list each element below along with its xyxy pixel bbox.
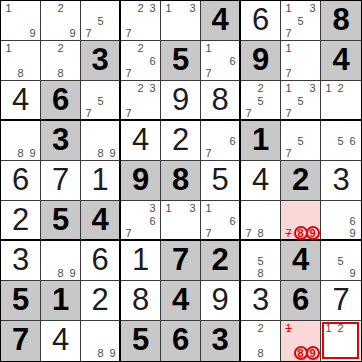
cell-r1c4[interactable]: 237 [121, 1, 161, 41]
candidate-9: 9 [306, 226, 320, 240]
candidate-7: 7 [243, 107, 255, 120]
cell-r2c7[interactable]: 9 [241, 41, 281, 81]
given-digit: 5 [41, 201, 80, 239]
candidate-6: 6 [347, 215, 359, 228]
solved-digit: 9 [161, 81, 200, 119]
cell-r5c1[interactable]: 6 [1, 161, 41, 201]
candidate-1: 1 [283, 322, 295, 335]
cell-r4c7[interactable]: 1 [241, 121, 281, 161]
candidate-7: 7 [283, 227, 295, 240]
cell-r6c7[interactable]: 78 [241, 201, 281, 241]
candidate-8: 8 [95, 147, 107, 160]
cell-r3c6[interactable]: 8 [201, 81, 241, 121]
cell-r1c3[interactable]: 57 [81, 1, 121, 41]
solved-digit: 2 [1, 201, 40, 239]
candidate-3: 3 [147, 202, 159, 215]
solved-digit: 4 [41, 321, 80, 361]
cell-r1c8[interactable]: 1357 [281, 1, 321, 41]
solved-digit: 5 [201, 161, 239, 200]
candidate-9: 9 [347, 267, 359, 280]
cell-r8c2[interactable]: 1 [41, 281, 81, 321]
candidate-7: 7 [203, 147, 215, 160]
candidate-3: 3 [187, 2, 199, 15]
candidate-7: 7 [123, 67, 135, 80]
cell-r4c5[interactable]: 2 [161, 121, 201, 161]
cell-r8c3[interactable]: 2 [81, 281, 121, 321]
solved-digit: 4 [1, 81, 40, 119]
cell-r7c2[interactable]: 89 [41, 241, 81, 281]
cell-r1c2[interactable]: 29 [41, 1, 81, 41]
solved-digit: 4 [121, 121, 160, 160]
cell-r6c1[interactable]: 2 [1, 201, 41, 241]
given-digit: 4 [321, 41, 361, 80]
cell-r8c6[interactable]: 9 [201, 281, 241, 321]
candidate-1: 1 [203, 42, 215, 55]
cell-r2c8[interactable]: 17 [281, 41, 321, 81]
candidate-6: 6 [147, 215, 159, 228]
candidate-7: 7 [283, 147, 295, 160]
candidate-7: 7 [203, 227, 215, 240]
cell-r3c9[interactable]: 12 [321, 81, 361, 121]
candidate-7: 7 [83, 107, 95, 120]
candidate-2: 2 [55, 42, 67, 55]
candidate-5: 5 [295, 95, 307, 108]
candidate-9: 9 [306, 346, 320, 360]
cell-r8c7[interactable]: 3 [241, 281, 281, 321]
cell-r2c9[interactable]: 4 [321, 41, 361, 81]
candidate-9: 9 [27, 27, 39, 40]
candidate-1: 1 [203, 202, 215, 215]
candidate-3: 3 [307, 2, 319, 15]
cell-r7c4[interactable]: 1 [121, 241, 161, 281]
cell-r4c8[interactable]: 57 [281, 121, 321, 161]
cell-r9c6[interactable]: 3 [201, 321, 241, 361]
given-digit: 3 [81, 41, 119, 80]
candidate-1: 1 [163, 202, 175, 215]
given-digit: 9 [241, 41, 280, 80]
solved-digit: 8 [201, 81, 239, 119]
cell-r1c6[interactable]: 4 [201, 1, 241, 41]
candidate-9: 9 [67, 27, 79, 40]
candidate-2: 2 [335, 322, 347, 335]
candidate-8: 8 [255, 347, 267, 360]
solved-digit: 3 [241, 281, 280, 320]
cell-r4c1[interactable]: 89 [1, 121, 41, 161]
given-digit: 4 [161, 281, 200, 320]
cell-r5c7[interactable]: 4 [241, 161, 281, 201]
cell-r4c9[interactable]: 56 [321, 121, 361, 161]
given-digit: 8 [321, 1, 361, 40]
cell-r3c8[interactable]: 1357 [281, 81, 321, 121]
candidate-6: 6 [227, 215, 239, 228]
cell-r3c7[interactable]: 257 [241, 81, 281, 121]
cell-r5c2[interactable]: 7 [41, 161, 81, 201]
given-digit: 7 [1, 321, 40, 361]
cell-r9c9[interactable]: 12 [321, 321, 361, 361]
candidate-5: 5 [95, 95, 107, 108]
solved-digit: 6 [1, 161, 40, 200]
solved-digit: 1 [121, 241, 160, 280]
cell-r2c1[interactable]: 18 [1, 41, 41, 81]
given-digit: 3 [201, 321, 239, 361]
cell-r7c3[interactable]: 6 [81, 241, 121, 281]
cell-r1c1[interactable]: 19 [1, 1, 41, 41]
solved-digit: 4 [241, 161, 280, 200]
candidate-2: 2 [335, 82, 347, 95]
cell-r5c4[interactable]: 9 [121, 161, 161, 201]
candidate-5: 5 [255, 255, 267, 268]
cell-r2c4[interactable]: 267 [121, 41, 161, 81]
candidate-9: 9 [107, 347, 119, 360]
cell-r7c6[interactable]: 2 [201, 241, 241, 281]
cell-r2c2[interactable]: 28 [41, 41, 81, 81]
candidate-3: 3 [147, 2, 159, 15]
candidate-2: 2 [135, 2, 147, 15]
cell-r1c5[interactable]: 13 [161, 1, 201, 41]
cell-r7c1[interactable]: 3 [1, 241, 41, 281]
candidate-8: 8 [15, 147, 27, 160]
cell-r3c1[interactable]: 4 [1, 81, 41, 121]
solved-digit: 3 [321, 161, 361, 200]
cell-r5c3[interactable]: 1 [81, 161, 121, 201]
cell-r6c2[interactable]: 5 [41, 201, 81, 241]
candidate-6: 6 [227, 135, 239, 148]
candidate-1: 1 [323, 322, 335, 335]
cell-r7c5[interactable]: 7 [161, 241, 201, 281]
candidate-8: 8 [255, 267, 267, 280]
given-digit: 1 [41, 281, 80, 320]
candidate-8: 8 [95, 347, 107, 360]
cell-r6c3[interactable]: 4 [81, 201, 121, 241]
candidate-7: 7 [123, 227, 135, 240]
candidate-7: 7 [283, 107, 295, 120]
candidate-1: 1 [323, 82, 335, 95]
solved-digit: 3 [1, 241, 40, 280]
given-digit: 1 [241, 121, 280, 160]
cell-r3c4[interactable]: 237 [121, 81, 161, 121]
candidate-2: 2 [135, 42, 147, 55]
candidate-1: 1 [283, 82, 295, 95]
cell-r6c5[interactable]: 13 [161, 201, 201, 241]
candidate-9: 9 [67, 267, 79, 280]
candidate-5: 5 [295, 135, 307, 148]
candidate-3: 3 [187, 202, 199, 215]
given-digit: 9 [121, 161, 160, 200]
cell-r7c8[interactable]: 4 [281, 241, 321, 281]
solved-digit: 1 [81, 161, 119, 200]
candidate-6: 6 [347, 135, 359, 148]
given-digit: 4 [281, 241, 320, 280]
candidate-5: 5 [295, 15, 307, 28]
candidate-5: 5 [255, 95, 267, 108]
candidate-2: 2 [255, 82, 267, 95]
candidate-1: 1 [283, 2, 295, 15]
candidate-1: 1 [283, 42, 295, 55]
cell-r1c7[interactable]: 6 [241, 1, 281, 41]
cell-r9c8[interactable]: 189 [281, 321, 321, 361]
candidate-8: 8 [55, 67, 67, 80]
solved-digit: 7 [321, 281, 361, 320]
given-digit: 5 [1, 281, 40, 320]
candidate-5: 5 [95, 15, 107, 28]
cell-r8c1[interactable]: 5 [1, 281, 41, 321]
cell-r9c2[interactable]: 4 [41, 321, 81, 361]
cell-r7c7[interactable]: 58 [241, 241, 281, 281]
candidate-9: 9 [347, 227, 359, 240]
cell-r3c3[interactable]: 57 [81, 81, 121, 121]
cell-r9c3[interactable]: 89 [81, 321, 121, 361]
given-digit: 4 [81, 201, 119, 239]
candidate-7: 7 [283, 27, 295, 40]
given-digit: 2 [201, 241, 239, 280]
solved-digit: 2 [81, 281, 119, 320]
cell-r8c4[interactable]: 8 [121, 281, 161, 321]
given-digit: 2 [281, 161, 320, 200]
given-digit: 5 [121, 321, 160, 361]
candidate-9: 9 [107, 147, 119, 160]
cell-r8c9[interactable]: 7 [321, 281, 361, 321]
sudoku-board: 1929572371346135781828326751679174465723… [0, 0, 362, 362]
given-digit: 4 [201, 1, 239, 40]
given-digit: 5 [161, 41, 200, 80]
candidate-2: 2 [135, 82, 147, 95]
cell-r6c9[interactable]: 69 [321, 201, 361, 241]
candidate-9: 9 [27, 147, 39, 160]
solved-digit: 9 [201, 281, 239, 320]
candidate-7: 7 [123, 27, 135, 40]
candidate-8: 8 [55, 267, 67, 280]
cell-r5c8[interactable]: 2 [281, 161, 321, 201]
cell-r5c9[interactable]: 3 [321, 161, 361, 201]
cell-r9c7[interactable]: 28 [241, 321, 281, 361]
cell-r6c8[interactable]: 789 [281, 201, 321, 241]
candidate-2: 2 [255, 322, 267, 335]
solved-digit: 7 [41, 161, 80, 200]
given-digit: 6 [161, 321, 200, 361]
cell-r5c6[interactable]: 5 [201, 161, 241, 201]
candidate-7: 7 [203, 67, 215, 80]
cell-r9c5[interactable]: 6 [161, 321, 201, 361]
cell-r6c6[interactable]: 167 [201, 201, 241, 241]
candidate-3: 3 [307, 82, 319, 95]
solved-digit: 6 [241, 1, 280, 40]
cell-r8c8[interactable]: 6 [281, 281, 321, 321]
cell-r1c9[interactable]: 8 [321, 1, 361, 41]
cell-r7c9[interactable]: 59 [321, 241, 361, 281]
cell-r4c2[interactable]: 3 [41, 121, 81, 161]
candidate-3: 3 [147, 82, 159, 95]
candidate-7: 7 [83, 27, 95, 40]
cell-r2c3[interactable]: 3 [81, 41, 121, 81]
candidate-6: 6 [147, 55, 159, 68]
cell-r5c5[interactable]: 8 [161, 161, 201, 201]
candidate-7: 7 [123, 107, 135, 120]
given-digit: 8 [161, 161, 200, 200]
cell-r2c5[interactable]: 5 [161, 41, 201, 81]
cell-r9c4[interactable]: 5 [121, 321, 161, 361]
candidate-8: 8 [15, 67, 27, 80]
cell-r8c5[interactable]: 4 [161, 281, 201, 321]
solved-digit: 8 [121, 281, 160, 320]
candidate-8: 8 [255, 227, 267, 240]
candidate-1: 1 [163, 2, 175, 15]
candidate-5: 5 [335, 135, 347, 148]
cell-r4c4[interactable]: 4 [121, 121, 161, 161]
given-digit: 3 [41, 121, 80, 160]
cell-r4c6[interactable]: 67 [201, 121, 241, 161]
candidate-5: 5 [335, 255, 347, 268]
cell-r9c1[interactable]: 7 [1, 321, 41, 361]
candidate-2: 2 [55, 2, 67, 15]
cell-r3c5[interactable]: 9 [161, 81, 201, 121]
given-digit: 6 [281, 281, 320, 320]
candidate-7: 7 [283, 67, 295, 80]
candidate-1: 1 [3, 42, 15, 55]
candidate-7: 7 [243, 227, 255, 240]
given-digit: 6 [41, 81, 80, 119]
solved-digit: 2 [161, 121, 200, 160]
cell-r6c4[interactable]: 367 [121, 201, 161, 241]
solved-digit: 6 [81, 241, 119, 280]
candidate-1: 1 [3, 2, 15, 15]
cell-r2c6[interactable]: 167 [201, 41, 241, 81]
given-digit: 7 [161, 241, 200, 280]
cell-r4c3[interactable]: 89 [81, 121, 121, 161]
candidate-6: 6 [227, 55, 239, 68]
cell-r3c2[interactable]: 6 [41, 81, 81, 121]
